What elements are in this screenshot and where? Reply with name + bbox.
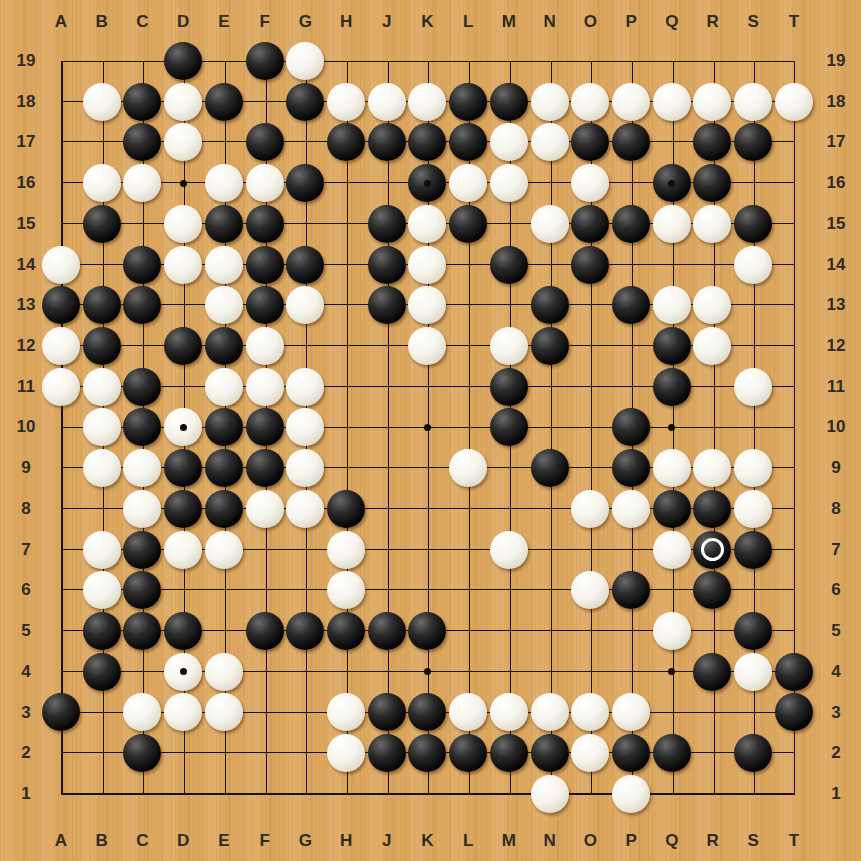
intersection-J12[interactable] — [366, 326, 407, 367]
intersection-L8[interactable] — [448, 489, 489, 530]
intersection-F12[interactable] — [244, 326, 285, 367]
intersection-L14[interactable] — [448, 244, 489, 285]
intersection-C1[interactable] — [122, 774, 163, 815]
intersection-T4[interactable] — [774, 651, 815, 692]
intersection-N2[interactable] — [529, 733, 570, 774]
intersection-H2[interactable] — [326, 733, 367, 774]
intersection-K14[interactable] — [407, 244, 448, 285]
intersection-M7[interactable] — [489, 529, 530, 570]
intersection-C16[interactable] — [122, 163, 163, 204]
intersection-C13[interactable] — [122, 285, 163, 326]
intersection-H17[interactable] — [326, 122, 367, 163]
intersection-C8[interactable] — [122, 489, 163, 530]
intersection-S2[interactable] — [733, 733, 774, 774]
intersection-D5[interactable] — [163, 611, 204, 652]
intersection-K6[interactable] — [407, 570, 448, 611]
intersection-H8[interactable] — [326, 489, 367, 530]
intersection-R10[interactable] — [692, 407, 733, 448]
intersection-J14[interactable] — [366, 244, 407, 285]
intersection-K3[interactable] — [407, 692, 448, 733]
intersection-H3[interactable] — [326, 692, 367, 733]
intersection-O11[interactable] — [570, 366, 611, 407]
intersection-E4[interactable] — [204, 651, 245, 692]
intersection-K17[interactable] — [407, 122, 448, 163]
intersection-S15[interactable] — [733, 204, 774, 245]
intersection-S12[interactable] — [733, 326, 774, 367]
intersection-F18[interactable] — [244, 81, 285, 122]
intersection-C11[interactable] — [122, 366, 163, 407]
intersection-H7[interactable] — [326, 529, 367, 570]
intersection-M16[interactable] — [489, 163, 530, 204]
intersection-B5[interactable] — [81, 611, 122, 652]
intersection-H19[interactable] — [326, 41, 367, 82]
intersection-S5[interactable] — [733, 611, 774, 652]
intersection-B14[interactable] — [81, 244, 122, 285]
intersection-Q11[interactable] — [651, 366, 692, 407]
intersection-T3[interactable] — [774, 692, 815, 733]
intersection-J4[interactable] — [366, 651, 407, 692]
intersection-F4[interactable] — [244, 651, 285, 692]
intersection-P4[interactable] — [611, 651, 652, 692]
intersection-G15[interactable] — [285, 204, 326, 245]
intersection-C2[interactable] — [122, 733, 163, 774]
intersection-N9[interactable] — [529, 448, 570, 489]
intersection-R18[interactable] — [692, 81, 733, 122]
intersection-R2[interactable] — [692, 733, 733, 774]
intersection-T8[interactable] — [774, 489, 815, 530]
intersection-C7[interactable] — [122, 529, 163, 570]
intersection-M4[interactable] — [489, 651, 530, 692]
intersection-C19[interactable] — [122, 41, 163, 82]
intersection-B3[interactable] — [81, 692, 122, 733]
intersection-P18[interactable] — [611, 81, 652, 122]
intersection-N14[interactable] — [529, 244, 570, 285]
intersection-K13[interactable] — [407, 285, 448, 326]
intersection-J16[interactable] — [366, 163, 407, 204]
intersection-A12[interactable] — [41, 326, 82, 367]
intersection-A16[interactable] — [41, 163, 82, 204]
intersection-L7[interactable] — [448, 529, 489, 570]
intersection-S4[interactable] — [733, 651, 774, 692]
intersection-E7[interactable] — [204, 529, 245, 570]
intersection-O7[interactable] — [570, 529, 611, 570]
intersection-A1[interactable] — [41, 774, 82, 815]
intersection-E19[interactable] — [204, 41, 245, 82]
intersection-O8[interactable] — [570, 489, 611, 530]
intersection-S19[interactable] — [733, 41, 774, 82]
intersection-S9[interactable] — [733, 448, 774, 489]
intersection-T10[interactable] — [774, 407, 815, 448]
intersection-F2[interactable] — [244, 733, 285, 774]
intersection-F5[interactable] — [244, 611, 285, 652]
intersection-R5[interactable] — [692, 611, 733, 652]
intersection-S11[interactable] — [733, 366, 774, 407]
intersection-K11[interactable] — [407, 366, 448, 407]
intersection-R12[interactable] — [692, 326, 733, 367]
intersection-C12[interactable] — [122, 326, 163, 367]
intersection-C9[interactable] — [122, 448, 163, 489]
intersection-C17[interactable] — [122, 122, 163, 163]
intersection-C4[interactable] — [122, 651, 163, 692]
intersection-O12[interactable] — [570, 326, 611, 367]
intersection-F7[interactable] — [244, 529, 285, 570]
intersection-M10[interactable] — [489, 407, 530, 448]
intersection-F11[interactable] — [244, 366, 285, 407]
intersection-M19[interactable] — [489, 41, 530, 82]
intersection-O10[interactable] — [570, 407, 611, 448]
intersection-A10[interactable] — [41, 407, 82, 448]
intersection-D9[interactable] — [163, 448, 204, 489]
intersection-Q7[interactable] — [651, 529, 692, 570]
intersection-B4[interactable] — [81, 651, 122, 692]
intersection-T5[interactable] — [774, 611, 815, 652]
intersection-M5[interactable] — [489, 611, 530, 652]
intersection-B19[interactable] — [81, 41, 122, 82]
intersection-P19[interactable] — [611, 41, 652, 82]
intersection-K18[interactable] — [407, 81, 448, 122]
intersection-N7[interactable] — [529, 529, 570, 570]
intersection-Q13[interactable] — [651, 285, 692, 326]
intersection-P13[interactable] — [611, 285, 652, 326]
intersection-B10[interactable] — [81, 407, 122, 448]
intersection-R6[interactable] — [692, 570, 733, 611]
intersection-Q5[interactable] — [651, 611, 692, 652]
intersection-H9[interactable] — [326, 448, 367, 489]
intersection-D18[interactable] — [163, 81, 204, 122]
intersection-G11[interactable] — [285, 366, 326, 407]
intersection-S7[interactable] — [733, 529, 774, 570]
intersection-A9[interactable] — [41, 448, 82, 489]
intersection-A17[interactable] — [41, 122, 82, 163]
intersection-M12[interactable] — [489, 326, 530, 367]
intersection-G14[interactable] — [285, 244, 326, 285]
intersection-P2[interactable] — [611, 733, 652, 774]
intersection-H12[interactable] — [326, 326, 367, 367]
intersection-F1[interactable] — [244, 774, 285, 815]
intersection-G1[interactable] — [285, 774, 326, 815]
intersection-P8[interactable] — [611, 489, 652, 530]
intersection-F19[interactable] — [244, 41, 285, 82]
intersection-N12[interactable] — [529, 326, 570, 367]
intersection-N1[interactable] — [529, 774, 570, 815]
intersection-T11[interactable] — [774, 366, 815, 407]
intersection-B18[interactable] — [81, 81, 122, 122]
intersection-B13[interactable] — [81, 285, 122, 326]
intersection-R8[interactable] — [692, 489, 733, 530]
intersection-L18[interactable] — [448, 81, 489, 122]
intersection-F10[interactable] — [244, 407, 285, 448]
intersection-M15[interactable] — [489, 204, 530, 245]
intersection-D3[interactable] — [163, 692, 204, 733]
intersection-P16[interactable] — [611, 163, 652, 204]
intersection-D2[interactable] — [163, 733, 204, 774]
intersection-F6[interactable] — [244, 570, 285, 611]
intersection-A18[interactable] — [41, 81, 82, 122]
intersection-N10[interactable] — [529, 407, 570, 448]
intersection-O3[interactable] — [570, 692, 611, 733]
intersection-O15[interactable] — [570, 204, 611, 245]
intersection-Q12[interactable] — [651, 326, 692, 367]
intersection-S17[interactable] — [733, 122, 774, 163]
intersection-A7[interactable] — [41, 529, 82, 570]
intersection-L17[interactable] — [448, 122, 489, 163]
intersection-F15[interactable] — [244, 204, 285, 245]
intersection-B16[interactable] — [81, 163, 122, 204]
intersection-P3[interactable] — [611, 692, 652, 733]
intersection-T6[interactable] — [774, 570, 815, 611]
intersection-M8[interactable] — [489, 489, 530, 530]
intersection-J10[interactable] — [366, 407, 407, 448]
intersection-C3[interactable] — [122, 692, 163, 733]
intersection-O5[interactable] — [570, 611, 611, 652]
intersection-T1[interactable] — [774, 774, 815, 815]
intersection-G17[interactable] — [285, 122, 326, 163]
intersection-E12[interactable] — [204, 326, 245, 367]
intersection-B8[interactable] — [81, 489, 122, 530]
intersection-G6[interactable] — [285, 570, 326, 611]
intersection-L9[interactable] — [448, 448, 489, 489]
intersection-P12[interactable] — [611, 326, 652, 367]
intersection-G16[interactable] — [285, 163, 326, 204]
intersection-L16[interactable] — [448, 163, 489, 204]
intersection-M18[interactable] — [489, 81, 530, 122]
intersection-H10[interactable] — [326, 407, 367, 448]
intersection-L6[interactable] — [448, 570, 489, 611]
intersection-F16[interactable] — [244, 163, 285, 204]
intersection-H18[interactable] — [326, 81, 367, 122]
intersection-D8[interactable] — [163, 489, 204, 530]
intersection-L12[interactable] — [448, 326, 489, 367]
intersection-D6[interactable] — [163, 570, 204, 611]
intersection-M1[interactable] — [489, 774, 530, 815]
intersection-R16[interactable] — [692, 163, 733, 204]
intersection-N3[interactable] — [529, 692, 570, 733]
intersection-T15[interactable] — [774, 204, 815, 245]
intersection-N13[interactable] — [529, 285, 570, 326]
intersection-O19[interactable] — [570, 41, 611, 82]
intersection-O16[interactable] — [570, 163, 611, 204]
intersection-J3[interactable] — [366, 692, 407, 733]
intersection-H11[interactable] — [326, 366, 367, 407]
intersection-A3[interactable] — [41, 692, 82, 733]
intersection-O1[interactable] — [570, 774, 611, 815]
intersection-D19[interactable] — [163, 41, 204, 82]
intersection-G7[interactable] — [285, 529, 326, 570]
intersection-S8[interactable] — [733, 489, 774, 530]
intersection-E9[interactable] — [204, 448, 245, 489]
intersection-F17[interactable] — [244, 122, 285, 163]
intersection-Q15[interactable] — [651, 204, 692, 245]
intersection-Q2[interactable] — [651, 733, 692, 774]
intersection-E8[interactable] — [204, 489, 245, 530]
intersection-P11[interactable] — [611, 366, 652, 407]
intersection-T13[interactable] — [774, 285, 815, 326]
intersection-P14[interactable] — [611, 244, 652, 285]
intersection-P7[interactable] — [611, 529, 652, 570]
intersection-M3[interactable] — [489, 692, 530, 733]
intersection-G3[interactable] — [285, 692, 326, 733]
intersection-R19[interactable] — [692, 41, 733, 82]
intersection-Q8[interactable] — [651, 489, 692, 530]
intersection-Q18[interactable] — [651, 81, 692, 122]
intersection-H6[interactable] — [326, 570, 367, 611]
intersection-L11[interactable] — [448, 366, 489, 407]
intersection-N15[interactable] — [529, 204, 570, 245]
intersection-A8[interactable] — [41, 489, 82, 530]
intersection-R3[interactable] — [692, 692, 733, 733]
intersection-G8[interactable] — [285, 489, 326, 530]
intersection-N11[interactable] — [529, 366, 570, 407]
intersection-S18[interactable] — [733, 81, 774, 122]
intersection-N5[interactable] — [529, 611, 570, 652]
intersection-K5[interactable] — [407, 611, 448, 652]
intersection-A19[interactable] — [41, 41, 82, 82]
intersection-R17[interactable] — [692, 122, 733, 163]
intersection-G4[interactable] — [285, 651, 326, 692]
intersection-O18[interactable] — [570, 81, 611, 122]
intersection-B17[interactable] — [81, 122, 122, 163]
intersection-H1[interactable] — [326, 774, 367, 815]
intersection-E6[interactable] — [204, 570, 245, 611]
intersection-P6[interactable] — [611, 570, 652, 611]
intersection-R14[interactable] — [692, 244, 733, 285]
intersection-K9[interactable] — [407, 448, 448, 489]
intersection-L4[interactable] — [448, 651, 489, 692]
intersection-C6[interactable] — [122, 570, 163, 611]
intersection-Q9[interactable] — [651, 448, 692, 489]
intersection-D15[interactable] — [163, 204, 204, 245]
intersection-N8[interactable] — [529, 489, 570, 530]
intersection-E10[interactable] — [204, 407, 245, 448]
intersection-O6[interactable] — [570, 570, 611, 611]
intersection-D14[interactable] — [163, 244, 204, 285]
intersection-L2[interactable] — [448, 733, 489, 774]
intersection-L13[interactable] — [448, 285, 489, 326]
intersection-O17[interactable] — [570, 122, 611, 163]
intersection-G2[interactable] — [285, 733, 326, 774]
intersection-H5[interactable] — [326, 611, 367, 652]
intersection-A15[interactable] — [41, 204, 82, 245]
intersection-H14[interactable] — [326, 244, 367, 285]
intersection-B2[interactable] — [81, 733, 122, 774]
intersection-K12[interactable] — [407, 326, 448, 367]
intersection-M13[interactable] — [489, 285, 530, 326]
intersection-K19[interactable] — [407, 41, 448, 82]
intersection-D1[interactable] — [163, 774, 204, 815]
intersection-K7[interactable] — [407, 529, 448, 570]
intersection-E18[interactable] — [204, 81, 245, 122]
intersection-J6[interactable] — [366, 570, 407, 611]
intersection-B7[interactable] — [81, 529, 122, 570]
intersection-S14[interactable] — [733, 244, 774, 285]
intersection-J1[interactable] — [366, 774, 407, 815]
intersection-T17[interactable] — [774, 122, 815, 163]
intersection-M6[interactable] — [489, 570, 530, 611]
intersection-T14[interactable] — [774, 244, 815, 285]
intersection-K8[interactable] — [407, 489, 448, 530]
intersection-J18[interactable] — [366, 81, 407, 122]
intersection-R11[interactable] — [692, 366, 733, 407]
intersection-R15[interactable] — [692, 204, 733, 245]
intersection-O2[interactable] — [570, 733, 611, 774]
intersection-S3[interactable] — [733, 692, 774, 733]
intersection-L5[interactable] — [448, 611, 489, 652]
intersection-E13[interactable] — [204, 285, 245, 326]
intersection-G19[interactable] — [285, 41, 326, 82]
intersection-G9[interactable] — [285, 448, 326, 489]
intersection-T7[interactable] — [774, 529, 815, 570]
intersection-B11[interactable] — [81, 366, 122, 407]
intersection-D7[interactable] — [163, 529, 204, 570]
intersection-C5[interactable] — [122, 611, 163, 652]
intersection-M17[interactable] — [489, 122, 530, 163]
intersection-M9[interactable] — [489, 448, 530, 489]
intersection-A4[interactable] — [41, 651, 82, 692]
intersection-O13[interactable] — [570, 285, 611, 326]
intersection-A11[interactable] — [41, 366, 82, 407]
intersection-A13[interactable] — [41, 285, 82, 326]
intersection-E17[interactable] — [204, 122, 245, 163]
intersection-Q3[interactable] — [651, 692, 692, 733]
intersection-E15[interactable] — [204, 204, 245, 245]
intersection-J8[interactable] — [366, 489, 407, 530]
intersection-R1[interactable] — [692, 774, 733, 815]
intersection-S16[interactable] — [733, 163, 774, 204]
intersection-P10[interactable] — [611, 407, 652, 448]
intersection-J11[interactable] — [366, 366, 407, 407]
intersection-G12[interactable] — [285, 326, 326, 367]
intersection-L15[interactable] — [448, 204, 489, 245]
intersection-K2[interactable] — [407, 733, 448, 774]
intersection-Q6[interactable] — [651, 570, 692, 611]
intersection-G5[interactable] — [285, 611, 326, 652]
intersection-C14[interactable] — [122, 244, 163, 285]
intersection-A6[interactable] — [41, 570, 82, 611]
intersection-P5[interactable] — [611, 611, 652, 652]
intersection-L3[interactable] — [448, 692, 489, 733]
intersection-S13[interactable] — [733, 285, 774, 326]
intersection-D17[interactable] — [163, 122, 204, 163]
intersection-G18[interactable] — [285, 81, 326, 122]
intersection-Q17[interactable] — [651, 122, 692, 163]
intersection-K1[interactable] — [407, 774, 448, 815]
intersection-T16[interactable] — [774, 163, 815, 204]
intersection-E1[interactable] — [204, 774, 245, 815]
intersection-H4[interactable] — [326, 651, 367, 692]
intersection-R9[interactable] — [692, 448, 733, 489]
intersection-N4[interactable] — [529, 651, 570, 692]
intersection-C10[interactable] — [122, 407, 163, 448]
intersection-C18[interactable] — [122, 81, 163, 122]
intersection-N18[interactable] — [529, 81, 570, 122]
intersection-E2[interactable] — [204, 733, 245, 774]
intersection-O14[interactable] — [570, 244, 611, 285]
intersection-F9[interactable] — [244, 448, 285, 489]
intersection-S1[interactable] — [733, 774, 774, 815]
intersection-N6[interactable] — [529, 570, 570, 611]
intersection-L10[interactable] — [448, 407, 489, 448]
intersection-T19[interactable] — [774, 41, 815, 82]
intersection-L19[interactable] — [448, 41, 489, 82]
intersection-P17[interactable] — [611, 122, 652, 163]
intersection-J19[interactable] — [366, 41, 407, 82]
intersection-E11[interactable] — [204, 366, 245, 407]
intersection-Q19[interactable] — [651, 41, 692, 82]
intersection-H16[interactable] — [326, 163, 367, 204]
intersection-T2[interactable] — [774, 733, 815, 774]
intersection-B12[interactable] — [81, 326, 122, 367]
intersection-E3[interactable] — [204, 692, 245, 733]
